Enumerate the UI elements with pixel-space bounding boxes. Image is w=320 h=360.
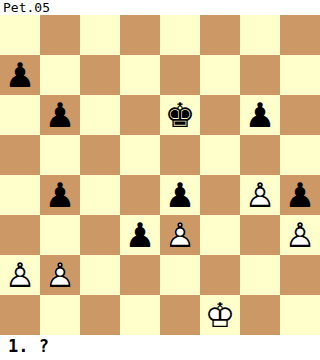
white-king: ♚ <box>200 295 240 335</box>
black-pawn: ♟ <box>280 175 320 215</box>
square-h5[interactable] <box>280 135 320 175</box>
square-d6[interactable] <box>120 95 160 135</box>
square-f6[interactable] <box>200 95 240 135</box>
square-e6[interactable]: ♚ <box>160 95 200 135</box>
white-king-outline: ♔ <box>200 295 240 335</box>
square-h1[interactable] <box>280 295 320 335</box>
square-f1[interactable]: ♚♔ <box>200 295 240 335</box>
square-c1[interactable] <box>80 295 120 335</box>
square-a6[interactable] <box>0 95 40 135</box>
square-g8[interactable] <box>240 15 280 55</box>
square-f4[interactable] <box>200 175 240 215</box>
white-pawn: ♟ <box>40 255 80 295</box>
square-a4[interactable] <box>0 175 40 215</box>
square-e3[interactable]: ♟♙ <box>160 215 200 255</box>
square-h6[interactable] <box>280 95 320 135</box>
square-d2[interactable] <box>120 255 160 295</box>
square-a1[interactable] <box>0 295 40 335</box>
square-b7[interactable] <box>40 55 80 95</box>
square-b5[interactable] <box>40 135 80 175</box>
square-a8[interactable] <box>0 15 40 55</box>
square-d1[interactable] <box>120 295 160 335</box>
square-c2[interactable] <box>80 255 120 295</box>
black-pawn: ♟ <box>120 215 160 255</box>
square-g4[interactable]: ♟♙ <box>240 175 280 215</box>
white-pawn-outline: ♙ <box>240 175 280 215</box>
square-a3[interactable] <box>0 215 40 255</box>
white-pawn-outline: ♙ <box>280 215 320 255</box>
square-c8[interactable] <box>80 15 120 55</box>
black-pawn: ♟ <box>160 175 200 215</box>
square-b2[interactable]: ♟♙ <box>40 255 80 295</box>
square-e4[interactable]: ♟ <box>160 175 200 215</box>
black-pawn: ♟ <box>40 175 80 215</box>
square-e1[interactable] <box>160 295 200 335</box>
square-h7[interactable] <box>280 55 320 95</box>
square-c5[interactable] <box>80 135 120 175</box>
square-d4[interactable] <box>120 175 160 215</box>
square-c7[interactable] <box>80 55 120 95</box>
chess-board: ♟♟♚♟♟♟♟♙♟♟♟♙♟♙♟♙♟♙♚♔ <box>0 15 320 335</box>
square-c6[interactable] <box>80 95 120 135</box>
square-d5[interactable] <box>120 135 160 175</box>
move-prompt: 1. ? <box>0 335 320 360</box>
square-b4[interactable]: ♟ <box>40 175 80 215</box>
square-f3[interactable] <box>200 215 240 255</box>
square-b6[interactable]: ♟ <box>40 95 80 135</box>
white-pawn-outline: ♙ <box>160 215 200 255</box>
square-h8[interactable] <box>280 15 320 55</box>
square-b3[interactable] <box>40 215 80 255</box>
square-g5[interactable] <box>240 135 280 175</box>
square-e2[interactable] <box>160 255 200 295</box>
black-pawn: ♟ <box>240 95 280 135</box>
white-pawn-outline: ♙ <box>0 255 40 295</box>
square-g6[interactable]: ♟ <box>240 95 280 135</box>
square-a7[interactable]: ♟ <box>0 55 40 95</box>
black-king: ♚ <box>160 95 200 135</box>
white-pawn: ♟ <box>240 175 280 215</box>
square-e7[interactable] <box>160 55 200 95</box>
black-pawn: ♟ <box>40 95 80 135</box>
square-c4[interactable] <box>80 175 120 215</box>
square-g3[interactable] <box>240 215 280 255</box>
black-pawn: ♟ <box>0 55 40 95</box>
square-a5[interactable] <box>0 135 40 175</box>
square-d8[interactable] <box>120 15 160 55</box>
square-h4[interactable]: ♟ <box>280 175 320 215</box>
square-f8[interactable] <box>200 15 240 55</box>
white-pawn: ♟ <box>0 255 40 295</box>
square-e8[interactable] <box>160 15 200 55</box>
square-c3[interactable] <box>80 215 120 255</box>
square-b1[interactable] <box>40 295 80 335</box>
square-g1[interactable] <box>240 295 280 335</box>
square-a2[interactable]: ♟♙ <box>0 255 40 295</box>
square-e5[interactable] <box>160 135 200 175</box>
square-h3[interactable]: ♟♙ <box>280 215 320 255</box>
square-f2[interactable] <box>200 255 240 295</box>
square-d7[interactable] <box>120 55 160 95</box>
white-pawn: ♟ <box>280 215 320 255</box>
square-h2[interactable] <box>280 255 320 295</box>
square-g7[interactable] <box>240 55 280 95</box>
diagram-title: Pet.05 <box>0 0 320 15</box>
square-f7[interactable] <box>200 55 240 95</box>
square-b8[interactable] <box>40 15 80 55</box>
white-pawn-outline: ♙ <box>40 255 80 295</box>
square-f5[interactable] <box>200 135 240 175</box>
square-d3[interactable]: ♟ <box>120 215 160 255</box>
square-g2[interactable] <box>240 255 280 295</box>
white-pawn: ♟ <box>160 215 200 255</box>
